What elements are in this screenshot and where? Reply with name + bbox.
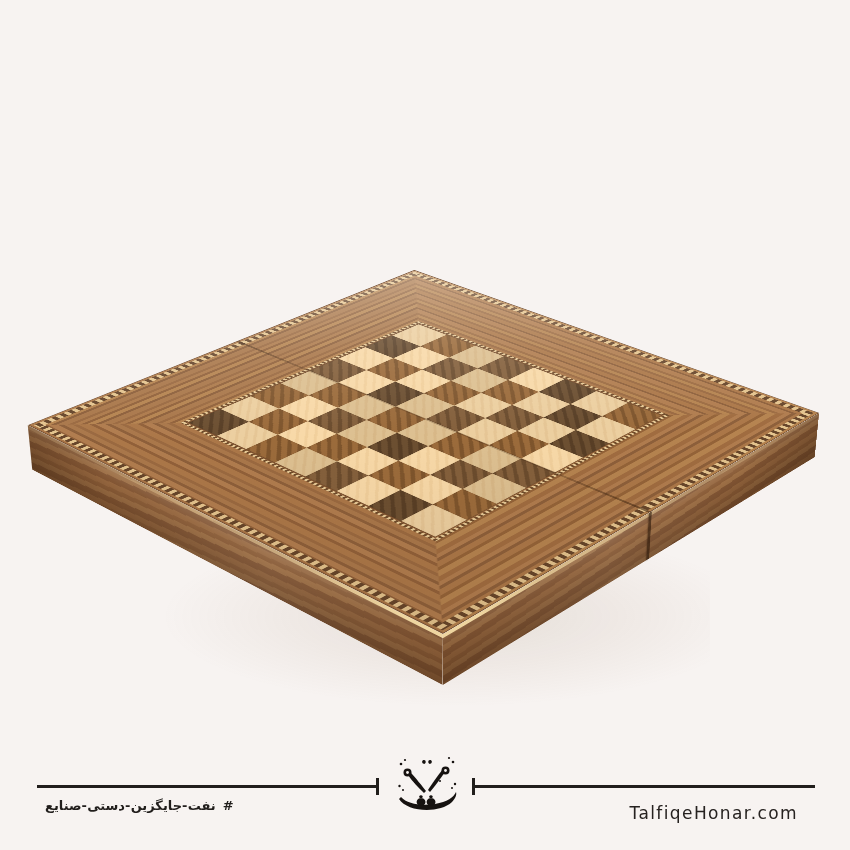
- square-g1: [368, 490, 432, 521]
- square-f2: [368, 461, 430, 490]
- square-h6: [549, 430, 609, 458]
- square-c1: [246, 435, 307, 463]
- square-c2: [277, 421, 337, 448]
- hash-symbol: #: [223, 798, 234, 813]
- square-d1: [275, 448, 337, 477]
- product-photo-page: صنایع-دستی-جایگزین-نفت# TalfiqeHonar.com: [0, 0, 850, 850]
- square-h1: [401, 505, 466, 537]
- board-scene: [0, 0, 850, 850]
- square-d2: [307, 434, 368, 462]
- square-g5: [489, 431, 549, 459]
- divider-line-right: [473, 785, 815, 788]
- square-e1: [305, 462, 368, 491]
- line-end-cap: [376, 778, 379, 795]
- square-g3: [430, 460, 492, 489]
- square-f5: [457, 418, 517, 445]
- square-e4: [397, 419, 457, 446]
- square-e3: [367, 433, 428, 461]
- square-f3: [398, 446, 460, 475]
- square-h4: [493, 459, 555, 488]
- square-f1: [336, 476, 399, 506]
- square-b1: [217, 422, 277, 449]
- divider-line-left: [37, 785, 378, 788]
- calligraphy-logo-icon: [395, 744, 461, 818]
- square-e2: [337, 447, 399, 476]
- website-url: TalfiqeHonar.com: [629, 803, 798, 823]
- brand-logo: [395, 744, 461, 818]
- square-d3: [337, 420, 397, 447]
- caption-word: نفت: [188, 798, 216, 813]
- caption-word: جایگزین: [131, 798, 182, 813]
- square-g2: [400, 474, 463, 504]
- square-h3: [463, 473, 526, 503]
- square-f4: [428, 432, 489, 460]
- square-h2: [433, 489, 497, 520]
- square-h7: [576, 416, 635, 443]
- caption-word: صنایع: [45, 798, 82, 813]
- hashtag-caption: صنایع-دستی-جایگزین-نفت#: [45, 798, 234, 813]
- square-h5: [521, 444, 582, 472]
- caption-word: دستی: [87, 798, 125, 813]
- fold-seam-side: [646, 511, 651, 560]
- square-g6: [517, 417, 577, 444]
- square-g4: [460, 445, 521, 473]
- line-end-cap: [472, 778, 475, 795]
